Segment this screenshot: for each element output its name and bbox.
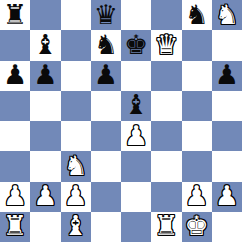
piece-white-bishop[interactable]: ♝ — [64, 212, 88, 239]
piece-black-king[interactable]: ♚ — [124, 31, 148, 58]
piece-black-pawn[interactable]: ♟ — [33, 61, 57, 88]
square-b2[interactable]: ♟ — [30, 182, 60, 212]
square-h7[interactable] — [212, 30, 242, 60]
square-h5[interactable] — [212, 91, 242, 121]
piece-white-knight[interactable]: ♞ — [64, 152, 88, 179]
square-c8[interactable] — [61, 0, 91, 30]
square-a2[interactable]: ♟ — [0, 182, 30, 212]
piece-white-pawn[interactable]: ♟ — [215, 182, 239, 209]
piece-white-knight[interactable]: ♞ — [215, 1, 239, 28]
piece-white-queen[interactable]: ♛ — [154, 31, 178, 58]
square-b8[interactable] — [30, 0, 60, 30]
square-d1[interactable] — [91, 212, 121, 242]
piece-white-pawn[interactable]: ♟ — [124, 122, 148, 149]
piece-black-pawn[interactable]: ♟ — [215, 61, 239, 88]
square-a5[interactable] — [0, 91, 30, 121]
square-g6[interactable] — [182, 61, 212, 91]
square-g3[interactable] — [182, 151, 212, 181]
square-e2[interactable] — [121, 182, 151, 212]
piece-black-bishop[interactable]: ♝ — [124, 91, 148, 118]
chess-board: ♜♛♞♞♝♞♚♛♟♟♟♟♝♟♞♟♟♟♟♟♜♝♜♚ — [0, 0, 242, 242]
piece-white-king[interactable]: ♚ — [185, 212, 209, 239]
square-c2[interactable]: ♟ — [61, 182, 91, 212]
square-h8[interactable]: ♞ — [212, 0, 242, 30]
square-c4[interactable] — [61, 121, 91, 151]
square-d4[interactable] — [91, 121, 121, 151]
square-e4[interactable]: ♟ — [121, 121, 151, 151]
piece-white-rook[interactable]: ♜ — [3, 212, 27, 239]
square-e7[interactable]: ♚ — [121, 30, 151, 60]
square-f4[interactable] — [151, 121, 181, 151]
square-b5[interactable] — [30, 91, 60, 121]
square-c7[interactable] — [61, 30, 91, 60]
piece-black-knight[interactable]: ♞ — [185, 1, 209, 28]
square-a4[interactable] — [0, 121, 30, 151]
square-d2[interactable] — [91, 182, 121, 212]
piece-white-rook[interactable]: ♜ — [154, 212, 178, 239]
square-h3[interactable] — [212, 151, 242, 181]
square-d6[interactable]: ♟ — [91, 61, 121, 91]
square-a1[interactable]: ♜ — [0, 212, 30, 242]
square-b3[interactable] — [30, 151, 60, 181]
square-g8[interactable]: ♞ — [182, 0, 212, 30]
square-g2[interactable]: ♟ — [182, 182, 212, 212]
piece-black-rook[interactable]: ♜ — [3, 1, 27, 28]
square-e5[interactable]: ♝ — [121, 91, 151, 121]
square-h1[interactable] — [212, 212, 242, 242]
square-c1[interactable]: ♝ — [61, 212, 91, 242]
square-f8[interactable] — [151, 0, 181, 30]
square-b4[interactable] — [30, 121, 60, 151]
square-b1[interactable] — [30, 212, 60, 242]
square-f5[interactable] — [151, 91, 181, 121]
square-c5[interactable] — [61, 91, 91, 121]
piece-white-pawn[interactable]: ♟ — [3, 182, 27, 209]
piece-white-pawn[interactable]: ♟ — [185, 182, 209, 209]
square-f6[interactable] — [151, 61, 181, 91]
square-e8[interactable] — [121, 0, 151, 30]
square-h4[interactable] — [212, 121, 242, 151]
piece-black-knight[interactable]: ♞ — [94, 31, 118, 58]
square-b6[interactable]: ♟ — [30, 61, 60, 91]
square-e3[interactable] — [121, 151, 151, 181]
square-a3[interactable] — [0, 151, 30, 181]
square-d5[interactable] — [91, 91, 121, 121]
piece-black-pawn[interactable]: ♟ — [3, 61, 27, 88]
piece-white-pawn[interactable]: ♟ — [33, 182, 57, 209]
square-c6[interactable] — [61, 61, 91, 91]
square-a7[interactable] — [0, 30, 30, 60]
square-a6[interactable]: ♟ — [0, 61, 30, 91]
square-f1[interactable]: ♜ — [151, 212, 181, 242]
square-h6[interactable]: ♟ — [212, 61, 242, 91]
piece-black-bishop[interactable]: ♝ — [33, 31, 57, 58]
piece-white-pawn[interactable]: ♟ — [64, 182, 88, 209]
square-f7[interactable]: ♛ — [151, 30, 181, 60]
square-c3[interactable]: ♞ — [61, 151, 91, 181]
square-e1[interactable] — [121, 212, 151, 242]
square-e6[interactable] — [121, 61, 151, 91]
piece-black-pawn[interactable]: ♟ — [94, 61, 118, 88]
piece-black-queen[interactable]: ♛ — [94, 1, 118, 28]
square-g5[interactable] — [182, 91, 212, 121]
square-g1[interactable]: ♚ — [182, 212, 212, 242]
square-f2[interactable] — [151, 182, 181, 212]
square-f3[interactable] — [151, 151, 181, 181]
square-b7[interactable]: ♝ — [30, 30, 60, 60]
square-g7[interactable] — [182, 30, 212, 60]
square-h2[interactable]: ♟ — [212, 182, 242, 212]
square-d3[interactable] — [91, 151, 121, 181]
square-g4[interactable] — [182, 121, 212, 151]
square-a8[interactable]: ♜ — [0, 0, 30, 30]
square-d7[interactable]: ♞ — [91, 30, 121, 60]
square-d8[interactable]: ♛ — [91, 0, 121, 30]
